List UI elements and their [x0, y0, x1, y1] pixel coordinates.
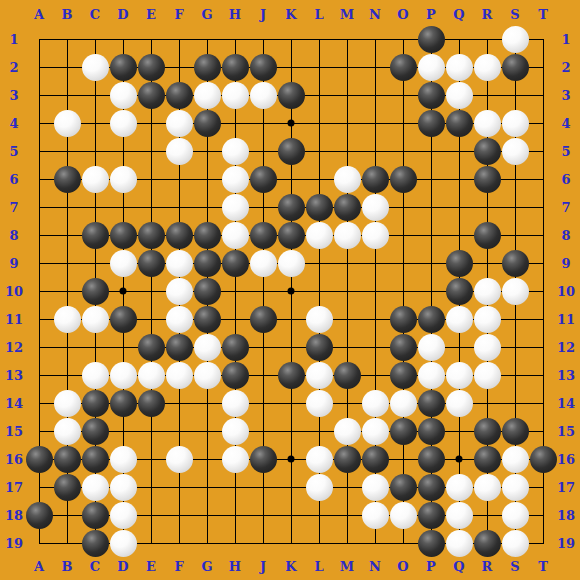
intersection-N3[interactable] — [361, 81, 389, 109]
intersection-M17[interactable] — [333, 473, 361, 501]
intersection-R10[interactable] — [473, 277, 501, 305]
intersection-B12[interactable] — [53, 333, 81, 361]
intersection-J7[interactable] — [249, 193, 277, 221]
intersection-E5[interactable] — [137, 137, 165, 165]
intersection-B2[interactable] — [53, 53, 81, 81]
intersection-H14[interactable] — [221, 389, 249, 417]
intersection-M14[interactable] — [333, 389, 361, 417]
intersection-A4[interactable] — [25, 109, 53, 137]
intersection-F1[interactable] — [165, 25, 193, 53]
intersection-S18[interactable] — [501, 501, 529, 529]
intersection-B1[interactable] — [53, 25, 81, 53]
intersection-C14[interactable] — [81, 389, 109, 417]
intersection-N19[interactable] — [361, 529, 389, 557]
intersection-H19[interactable] — [221, 529, 249, 557]
intersection-O9[interactable] — [389, 249, 417, 277]
intersection-N7[interactable] — [361, 193, 389, 221]
intersection-Q2[interactable] — [445, 53, 473, 81]
intersection-J9[interactable] — [249, 249, 277, 277]
intersection-M12[interactable] — [333, 333, 361, 361]
intersection-D8[interactable] — [109, 221, 137, 249]
intersection-G3[interactable] — [193, 81, 221, 109]
intersection-H15[interactable] — [221, 417, 249, 445]
intersection-B3[interactable] — [53, 81, 81, 109]
intersection-F4[interactable] — [165, 109, 193, 137]
intersection-H18[interactable] — [221, 501, 249, 529]
intersection-C1[interactable] — [81, 25, 109, 53]
intersection-A6[interactable] — [25, 165, 53, 193]
intersection-T10[interactable] — [529, 277, 557, 305]
intersection-K13[interactable] — [277, 361, 305, 389]
intersection-P13[interactable] — [417, 361, 445, 389]
intersection-H3[interactable] — [221, 81, 249, 109]
intersection-Q5[interactable] — [445, 137, 473, 165]
intersection-F18[interactable] — [165, 501, 193, 529]
intersection-L3[interactable] — [305, 81, 333, 109]
intersection-L10[interactable] — [305, 277, 333, 305]
intersection-F3[interactable] — [165, 81, 193, 109]
intersection-B9[interactable] — [53, 249, 81, 277]
intersection-M1[interactable] — [333, 25, 361, 53]
intersection-C9[interactable] — [81, 249, 109, 277]
intersection-E8[interactable] — [137, 221, 165, 249]
intersection-G17[interactable] — [193, 473, 221, 501]
intersection-F5[interactable] — [165, 137, 193, 165]
intersection-K5[interactable] — [277, 137, 305, 165]
intersection-H12[interactable] — [221, 333, 249, 361]
intersection-O13[interactable] — [389, 361, 417, 389]
intersection-E1[interactable] — [137, 25, 165, 53]
intersection-J15[interactable] — [249, 417, 277, 445]
intersection-B4[interactable] — [53, 109, 81, 137]
intersection-Q8[interactable] — [445, 221, 473, 249]
intersection-J1[interactable] — [249, 25, 277, 53]
intersection-D12[interactable] — [109, 333, 137, 361]
intersection-P15[interactable] — [417, 417, 445, 445]
intersection-E10[interactable] — [137, 277, 165, 305]
intersection-P4[interactable] — [417, 109, 445, 137]
intersection-C4[interactable] — [81, 109, 109, 137]
intersection-O7[interactable] — [389, 193, 417, 221]
intersection-G8[interactable] — [193, 221, 221, 249]
intersection-M4[interactable] — [333, 109, 361, 137]
intersection-A15[interactable] — [25, 417, 53, 445]
intersection-M6[interactable] — [333, 165, 361, 193]
intersection-D4[interactable] — [109, 109, 137, 137]
intersection-D19[interactable] — [109, 529, 137, 557]
intersection-C13[interactable] — [81, 361, 109, 389]
intersection-A8[interactable] — [25, 221, 53, 249]
intersection-O8[interactable] — [389, 221, 417, 249]
intersection-E14[interactable] — [137, 389, 165, 417]
intersection-B13[interactable] — [53, 361, 81, 389]
intersection-A1[interactable] — [25, 25, 53, 53]
intersection-T16[interactable] — [529, 445, 557, 473]
intersection-K8[interactable] — [277, 221, 305, 249]
intersection-J11[interactable] — [249, 305, 277, 333]
intersection-Q16[interactable] — [445, 445, 473, 473]
intersection-R16[interactable] — [473, 445, 501, 473]
intersection-M13[interactable] — [333, 361, 361, 389]
intersection-D2[interactable] — [109, 53, 137, 81]
intersection-F6[interactable] — [165, 165, 193, 193]
intersection-S16[interactable] — [501, 445, 529, 473]
intersection-A13[interactable] — [25, 361, 53, 389]
intersection-N1[interactable] — [361, 25, 389, 53]
intersection-D1[interactable] — [109, 25, 137, 53]
intersection-C2[interactable] — [81, 53, 109, 81]
intersection-L8[interactable] — [305, 221, 333, 249]
intersection-C16[interactable] — [81, 445, 109, 473]
intersection-G4[interactable] — [193, 109, 221, 137]
intersection-R9[interactable] — [473, 249, 501, 277]
intersection-Q19[interactable] — [445, 529, 473, 557]
intersection-G18[interactable] — [193, 501, 221, 529]
intersection-Q11[interactable] — [445, 305, 473, 333]
intersection-N10[interactable] — [361, 277, 389, 305]
intersection-S8[interactable] — [501, 221, 529, 249]
intersection-T8[interactable] — [529, 221, 557, 249]
intersection-T13[interactable] — [529, 361, 557, 389]
intersection-F16[interactable] — [165, 445, 193, 473]
intersection-H4[interactable] — [221, 109, 249, 137]
intersection-P11[interactable] — [417, 305, 445, 333]
intersection-O19[interactable] — [389, 529, 417, 557]
intersection-F2[interactable] — [165, 53, 193, 81]
intersection-G13[interactable] — [193, 361, 221, 389]
intersection-T12[interactable] — [529, 333, 557, 361]
intersection-F7[interactable] — [165, 193, 193, 221]
intersection-R11[interactable] — [473, 305, 501, 333]
intersection-O1[interactable] — [389, 25, 417, 53]
intersection-G5[interactable] — [193, 137, 221, 165]
intersection-H2[interactable] — [221, 53, 249, 81]
intersection-B10[interactable] — [53, 277, 81, 305]
intersection-D3[interactable] — [109, 81, 137, 109]
intersection-O5[interactable] — [389, 137, 417, 165]
intersection-D10[interactable] — [109, 277, 137, 305]
intersection-T14[interactable] — [529, 389, 557, 417]
intersection-O6[interactable] — [389, 165, 417, 193]
intersection-N11[interactable] — [361, 305, 389, 333]
intersection-J3[interactable] — [249, 81, 277, 109]
intersection-P5[interactable] — [417, 137, 445, 165]
intersection-Q10[interactable] — [445, 277, 473, 305]
intersection-A10[interactable] — [25, 277, 53, 305]
intersection-K18[interactable] — [277, 501, 305, 529]
intersection-Q18[interactable] — [445, 501, 473, 529]
intersection-K9[interactable] — [277, 249, 305, 277]
intersection-Q1[interactable] — [445, 25, 473, 53]
intersection-A9[interactable] — [25, 249, 53, 277]
intersection-S12[interactable] — [501, 333, 529, 361]
intersection-M10[interactable] — [333, 277, 361, 305]
intersection-F17[interactable] — [165, 473, 193, 501]
intersection-L17[interactable] — [305, 473, 333, 501]
intersection-K7[interactable] — [277, 193, 305, 221]
intersection-K19[interactable] — [277, 529, 305, 557]
intersection-P10[interactable] — [417, 277, 445, 305]
intersection-J4[interactable] — [249, 109, 277, 137]
intersection-D6[interactable] — [109, 165, 137, 193]
intersection-L19[interactable] — [305, 529, 333, 557]
intersection-G19[interactable] — [193, 529, 221, 557]
intersection-Q12[interactable] — [445, 333, 473, 361]
intersection-A14[interactable] — [25, 389, 53, 417]
intersection-R19[interactable] — [473, 529, 501, 557]
intersection-P12[interactable] — [417, 333, 445, 361]
intersection-E7[interactable] — [137, 193, 165, 221]
intersection-N8[interactable] — [361, 221, 389, 249]
intersection-L6[interactable] — [305, 165, 333, 193]
intersection-P6[interactable] — [417, 165, 445, 193]
intersection-F11[interactable] — [165, 305, 193, 333]
intersection-O2[interactable] — [389, 53, 417, 81]
intersection-M16[interactable] — [333, 445, 361, 473]
intersection-N4[interactable] — [361, 109, 389, 137]
intersection-O12[interactable] — [389, 333, 417, 361]
intersection-T11[interactable] — [529, 305, 557, 333]
intersection-O10[interactable] — [389, 277, 417, 305]
intersection-F8[interactable] — [165, 221, 193, 249]
intersection-F19[interactable] — [165, 529, 193, 557]
intersection-H16[interactable] — [221, 445, 249, 473]
intersection-M15[interactable] — [333, 417, 361, 445]
intersection-M19[interactable] — [333, 529, 361, 557]
intersection-O15[interactable] — [389, 417, 417, 445]
intersection-H17[interactable] — [221, 473, 249, 501]
intersection-J5[interactable] — [249, 137, 277, 165]
intersection-E15[interactable] — [137, 417, 165, 445]
intersection-E16[interactable] — [137, 445, 165, 473]
intersection-R6[interactable] — [473, 165, 501, 193]
intersection-R4[interactable] — [473, 109, 501, 137]
intersection-D5[interactable] — [109, 137, 137, 165]
intersection-C7[interactable] — [81, 193, 109, 221]
intersection-K1[interactable] — [277, 25, 305, 53]
intersection-J6[interactable] — [249, 165, 277, 193]
intersection-F10[interactable] — [165, 277, 193, 305]
intersection-N13[interactable] — [361, 361, 389, 389]
intersection-D14[interactable] — [109, 389, 137, 417]
intersection-R5[interactable] — [473, 137, 501, 165]
intersection-A18[interactable] — [25, 501, 53, 529]
intersection-C6[interactable] — [81, 165, 109, 193]
intersection-A19[interactable] — [25, 529, 53, 557]
intersection-L12[interactable] — [305, 333, 333, 361]
intersection-M3[interactable] — [333, 81, 361, 109]
intersection-N12[interactable] — [361, 333, 389, 361]
intersection-L14[interactable] — [305, 389, 333, 417]
intersection-T3[interactable] — [529, 81, 557, 109]
intersection-K11[interactable] — [277, 305, 305, 333]
intersection-R15[interactable] — [473, 417, 501, 445]
intersection-L16[interactable] — [305, 445, 333, 473]
intersection-S1[interactable] — [501, 25, 529, 53]
intersection-J13[interactable] — [249, 361, 277, 389]
intersection-L11[interactable] — [305, 305, 333, 333]
intersection-D11[interactable] — [109, 305, 137, 333]
intersection-P2[interactable] — [417, 53, 445, 81]
intersection-B5[interactable] — [53, 137, 81, 165]
intersection-S9[interactable] — [501, 249, 529, 277]
intersection-O18[interactable] — [389, 501, 417, 529]
intersection-R1[interactable] — [473, 25, 501, 53]
intersection-G2[interactable] — [193, 53, 221, 81]
intersection-R17[interactable] — [473, 473, 501, 501]
intersection-B8[interactable] — [53, 221, 81, 249]
intersection-L1[interactable] — [305, 25, 333, 53]
intersection-T4[interactable] — [529, 109, 557, 137]
intersection-B6[interactable] — [53, 165, 81, 193]
intersection-C12[interactable] — [81, 333, 109, 361]
intersection-H10[interactable] — [221, 277, 249, 305]
intersection-E9[interactable] — [137, 249, 165, 277]
intersection-Q14[interactable] — [445, 389, 473, 417]
intersection-H6[interactable] — [221, 165, 249, 193]
intersection-S6[interactable] — [501, 165, 529, 193]
intersection-F14[interactable] — [165, 389, 193, 417]
intersection-L15[interactable] — [305, 417, 333, 445]
intersection-H8[interactable] — [221, 221, 249, 249]
intersection-K3[interactable] — [277, 81, 305, 109]
intersection-L2[interactable] — [305, 53, 333, 81]
intersection-K14[interactable] — [277, 389, 305, 417]
intersection-S5[interactable] — [501, 137, 529, 165]
intersection-K12[interactable] — [277, 333, 305, 361]
intersection-P19[interactable] — [417, 529, 445, 557]
intersection-A16[interactable] — [25, 445, 53, 473]
intersection-P18[interactable] — [417, 501, 445, 529]
intersection-H13[interactable] — [221, 361, 249, 389]
intersection-T15[interactable] — [529, 417, 557, 445]
intersection-T5[interactable] — [529, 137, 557, 165]
intersection-S19[interactable] — [501, 529, 529, 557]
intersection-D13[interactable] — [109, 361, 137, 389]
intersection-S3[interactable] — [501, 81, 529, 109]
intersection-K16[interactable] — [277, 445, 305, 473]
intersection-L9[interactable] — [305, 249, 333, 277]
intersection-T7[interactable] — [529, 193, 557, 221]
intersection-Q6[interactable] — [445, 165, 473, 193]
intersection-E13[interactable] — [137, 361, 165, 389]
intersection-K17[interactable] — [277, 473, 305, 501]
intersection-L7[interactable] — [305, 193, 333, 221]
intersection-G14[interactable] — [193, 389, 221, 417]
intersection-R13[interactable] — [473, 361, 501, 389]
intersection-J10[interactable] — [249, 277, 277, 305]
intersection-C19[interactable] — [81, 529, 109, 557]
intersection-S17[interactable] — [501, 473, 529, 501]
intersection-C3[interactable] — [81, 81, 109, 109]
intersection-G7[interactable] — [193, 193, 221, 221]
intersection-N14[interactable] — [361, 389, 389, 417]
intersection-O14[interactable] — [389, 389, 417, 417]
intersection-A5[interactable] — [25, 137, 53, 165]
intersection-P3[interactable] — [417, 81, 445, 109]
intersection-R12[interactable] — [473, 333, 501, 361]
intersection-G16[interactable] — [193, 445, 221, 473]
intersection-N15[interactable] — [361, 417, 389, 445]
intersection-T1[interactable] — [529, 25, 557, 53]
intersection-K6[interactable] — [277, 165, 305, 193]
intersection-P14[interactable] — [417, 389, 445, 417]
intersection-O11[interactable] — [389, 305, 417, 333]
intersection-B7[interactable] — [53, 193, 81, 221]
intersection-C15[interactable] — [81, 417, 109, 445]
intersection-E12[interactable] — [137, 333, 165, 361]
intersection-E3[interactable] — [137, 81, 165, 109]
intersection-M8[interactable] — [333, 221, 361, 249]
intersection-N2[interactable] — [361, 53, 389, 81]
intersection-D17[interactable] — [109, 473, 137, 501]
intersection-P1[interactable] — [417, 25, 445, 53]
intersection-L18[interactable] — [305, 501, 333, 529]
intersection-B19[interactable] — [53, 529, 81, 557]
intersection-H11[interactable] — [221, 305, 249, 333]
intersection-H9[interactable] — [221, 249, 249, 277]
intersection-C17[interactable] — [81, 473, 109, 501]
intersection-F13[interactable] — [165, 361, 193, 389]
intersection-Q15[interactable] — [445, 417, 473, 445]
intersection-L5[interactable] — [305, 137, 333, 165]
intersection-B14[interactable] — [53, 389, 81, 417]
intersection-M18[interactable] — [333, 501, 361, 529]
intersection-C8[interactable] — [81, 221, 109, 249]
intersection-T19[interactable] — [529, 529, 557, 557]
intersection-N16[interactable] — [361, 445, 389, 473]
intersection-J19[interactable] — [249, 529, 277, 557]
intersection-A3[interactable] — [25, 81, 53, 109]
intersection-B11[interactable] — [53, 305, 81, 333]
intersection-M2[interactable] — [333, 53, 361, 81]
intersection-P8[interactable] — [417, 221, 445, 249]
intersection-E11[interactable] — [137, 305, 165, 333]
intersection-D7[interactable] — [109, 193, 137, 221]
intersection-G6[interactable] — [193, 165, 221, 193]
intersection-E19[interactable] — [137, 529, 165, 557]
intersection-R7[interactable] — [473, 193, 501, 221]
intersection-A7[interactable] — [25, 193, 53, 221]
intersection-A11[interactable] — [25, 305, 53, 333]
intersection-C10[interactable] — [81, 277, 109, 305]
intersection-R2[interactable] — [473, 53, 501, 81]
intersection-Q13[interactable] — [445, 361, 473, 389]
intersection-C11[interactable] — [81, 305, 109, 333]
intersection-S15[interactable] — [501, 417, 529, 445]
intersection-J8[interactable] — [249, 221, 277, 249]
intersection-D9[interactable] — [109, 249, 137, 277]
intersection-K4[interactable] — [277, 109, 305, 137]
intersection-T2[interactable] — [529, 53, 557, 81]
intersection-E18[interactable] — [137, 501, 165, 529]
intersection-Q4[interactable] — [445, 109, 473, 137]
intersection-E6[interactable] — [137, 165, 165, 193]
intersection-B16[interactable] — [53, 445, 81, 473]
intersection-B15[interactable] — [53, 417, 81, 445]
intersection-L4[interactable] — [305, 109, 333, 137]
intersection-N17[interactable] — [361, 473, 389, 501]
intersection-S10[interactable] — [501, 277, 529, 305]
intersection-F12[interactable] — [165, 333, 193, 361]
intersection-G12[interactable] — [193, 333, 221, 361]
intersection-G10[interactable] — [193, 277, 221, 305]
intersection-O17[interactable] — [389, 473, 417, 501]
intersection-R14[interactable] — [473, 389, 501, 417]
intersection-O4[interactable] — [389, 109, 417, 137]
intersection-K2[interactable] — [277, 53, 305, 81]
intersection-M5[interactable] — [333, 137, 361, 165]
